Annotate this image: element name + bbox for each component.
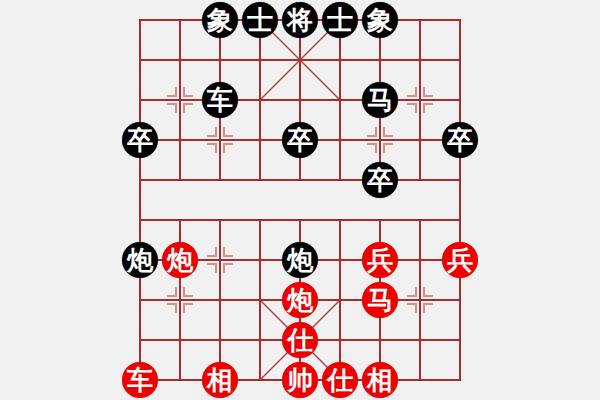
red-elephant[interactable]: 相 [362,362,398,398]
black-advisor[interactable]: 士 [322,2,358,38]
black-pawn[interactable]: 卒 [362,162,398,198]
black-chariot[interactable]: 车 [202,82,238,118]
red-pawn[interactable]: 兵 [362,242,398,278]
red-general[interactable]: 帅 [282,362,318,398]
black-pawn[interactable]: 卒 [282,122,318,158]
black-horse[interactable]: 马 [362,82,398,118]
piece-grid: 象士将士象车马卒卒卒卒炮炮炮兵兵炮马仕车相帅仕相 [120,0,480,400]
black-general[interactable]: 将 [282,2,318,38]
black-cannon[interactable]: 炮 [282,242,318,278]
black-elephant[interactable]: 象 [362,2,398,38]
xiangqi-board[interactable]: 象士将士象车马卒卒卒卒炮炮炮兵兵炮马仕车相帅仕相 [0,0,600,400]
black-elephant[interactable]: 象 [202,2,238,38]
black-cannon[interactable]: 炮 [122,242,158,278]
red-cannon[interactable]: 炮 [282,282,318,318]
black-pawn[interactable]: 卒 [122,122,158,158]
red-advisor[interactable]: 仕 [322,362,358,398]
red-elephant[interactable]: 相 [202,362,238,398]
red-horse[interactable]: 马 [362,282,398,318]
red-cannon[interactable]: 炮 [162,242,198,278]
red-advisor[interactable]: 仕 [282,322,318,358]
xiangqi-app: 象士将士象车马卒卒卒卒炮炮炮兵兵炮马仕车相帅仕相 [0,0,600,400]
black-advisor[interactable]: 士 [242,2,278,38]
red-pawn[interactable]: 兵 [442,242,478,278]
black-pawn[interactable]: 卒 [442,122,478,158]
red-chariot[interactable]: 车 [122,362,158,398]
